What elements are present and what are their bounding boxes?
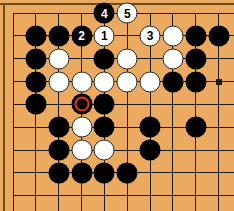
black-stone bbox=[71, 94, 92, 115]
point-c7-r0[interactable] bbox=[162, 2, 185, 25]
point-c3-r5[interactable] bbox=[70, 116, 93, 139]
white-stone bbox=[117, 71, 138, 92]
point-c7-r8[interactable] bbox=[162, 184, 185, 207]
black-stone: 2 bbox=[71, 25, 92, 46]
point-c8-r7[interactable] bbox=[184, 162, 207, 185]
point-c1-r7[interactable] bbox=[24, 162, 47, 185]
point-c0-r2[interactable] bbox=[2, 47, 25, 70]
white-stone bbox=[71, 140, 92, 161]
black-stone bbox=[94, 162, 115, 183]
white-stone bbox=[94, 71, 115, 92]
point-c5-r8[interactable] bbox=[116, 184, 139, 207]
point-c5-r7[interactable] bbox=[116, 162, 139, 185]
white-stone: 3 bbox=[140, 25, 161, 46]
black-stone bbox=[208, 25, 229, 46]
point-c0-r4[interactable] bbox=[2, 93, 25, 116]
point-c1-r4[interactable] bbox=[24, 93, 47, 116]
point-c3-r7[interactable] bbox=[70, 162, 93, 185]
point-c7-r1[interactable] bbox=[162, 24, 185, 47]
white-stone: 1 bbox=[94, 25, 115, 46]
white-stone: 5 bbox=[117, 3, 138, 24]
black-stone bbox=[185, 25, 206, 46]
point-c2-r0[interactable] bbox=[47, 2, 70, 25]
black-stone bbox=[48, 25, 69, 46]
point-c5-r2[interactable] bbox=[116, 47, 139, 70]
black-stone bbox=[117, 162, 138, 183]
point-c1-r5[interactable] bbox=[24, 116, 47, 139]
point-c3-r1[interactable]: 2 bbox=[70, 24, 93, 47]
white-stone bbox=[48, 71, 69, 92]
black-stone bbox=[25, 71, 46, 92]
black-stone bbox=[25, 25, 46, 46]
point-c5-r3[interactable] bbox=[116, 70, 139, 93]
white-stone bbox=[140, 71, 161, 92]
point-c8-r6[interactable] bbox=[184, 139, 207, 162]
point-c9-r7[interactable] bbox=[207, 162, 230, 185]
point-c6-r2[interactable] bbox=[139, 47, 162, 70]
point-c4-r7[interactable] bbox=[93, 162, 116, 185]
point-c7-r4[interactable] bbox=[162, 93, 185, 116]
point-c4-r0[interactable]: 4 bbox=[93, 2, 116, 25]
point-c1-r6[interactable] bbox=[24, 139, 47, 162]
black-stone bbox=[25, 48, 46, 69]
point-c3-r3[interactable] bbox=[70, 70, 93, 93]
point-c9-r2[interactable] bbox=[207, 47, 230, 70]
point-c1-r3[interactable] bbox=[24, 70, 47, 93]
point-c6-r5[interactable] bbox=[139, 116, 162, 139]
point-c0-r3[interactable] bbox=[2, 70, 25, 93]
point-c6-r1[interactable]: 3 bbox=[139, 24, 162, 47]
move-number-label: 3 bbox=[147, 30, 154, 42]
point-c4-r8[interactable] bbox=[93, 184, 116, 207]
point-c0-r0[interactable] bbox=[2, 2, 25, 25]
point-c7-r5[interactable] bbox=[162, 116, 185, 139]
point-c8-r0[interactable] bbox=[184, 2, 207, 25]
point-c4-r3[interactable] bbox=[93, 70, 116, 93]
black-stone bbox=[185, 48, 206, 69]
point-c6-r7[interactable] bbox=[139, 162, 162, 185]
point-c2-r7[interactable] bbox=[47, 162, 70, 185]
black-stone bbox=[71, 162, 92, 183]
point-c1-r1[interactable] bbox=[24, 24, 47, 47]
white-stone bbox=[71, 117, 92, 138]
black-stone bbox=[185, 117, 206, 138]
point-c0-r7[interactable] bbox=[2, 162, 25, 185]
point-c2-r5[interactable] bbox=[47, 116, 70, 139]
point-c7-r2[interactable] bbox=[162, 47, 185, 70]
point-c7-r6[interactable] bbox=[162, 139, 185, 162]
point-c6-r6[interactable] bbox=[139, 139, 162, 162]
point-c7-r3[interactable] bbox=[162, 70, 185, 93]
black-stone bbox=[48, 140, 69, 161]
point-c5-r6[interactable] bbox=[116, 139, 139, 162]
move-number-label: 1 bbox=[101, 30, 108, 42]
point-c9-r4[interactable] bbox=[207, 93, 230, 116]
black-stone bbox=[94, 94, 115, 115]
point-c9-r8[interactable] bbox=[207, 184, 230, 207]
circle-marker bbox=[74, 97, 89, 112]
point-c3-r2[interactable] bbox=[70, 47, 93, 70]
white-stone bbox=[162, 48, 183, 69]
point-c8-r4[interactable] bbox=[184, 93, 207, 116]
point-c4-r1[interactable]: 1 bbox=[93, 24, 116, 47]
black-stone bbox=[94, 117, 115, 138]
point-c6-r4[interactable] bbox=[139, 93, 162, 116]
white-stone bbox=[94, 140, 115, 161]
black-stone: 4 bbox=[94, 3, 115, 24]
white-stone bbox=[48, 48, 69, 69]
black-stone bbox=[140, 117, 161, 138]
point-c0-r6[interactable] bbox=[2, 139, 25, 162]
white-stone bbox=[71, 71, 92, 92]
move-number-label: 2 bbox=[78, 30, 85, 42]
move-number-label: 4 bbox=[101, 7, 108, 19]
point-c9-r5[interactable] bbox=[207, 116, 230, 139]
point-c2-r8[interactable] bbox=[47, 184, 70, 207]
point-c8-r1[interactable] bbox=[184, 24, 207, 47]
point-c2-r2[interactable] bbox=[47, 47, 70, 70]
point-c7-r7[interactable] bbox=[162, 162, 185, 185]
point-c2-r3[interactable] bbox=[47, 70, 70, 93]
point-c4-r5[interactable] bbox=[93, 116, 116, 139]
point-c8-r8[interactable] bbox=[184, 184, 207, 207]
point-c0-r8[interactable] bbox=[2, 184, 25, 207]
point-c6-r0[interactable] bbox=[139, 2, 162, 25]
go-diagram: 45213 bbox=[0, 0, 234, 211]
point-c2-r4[interactable] bbox=[47, 93, 70, 116]
go-board-grid: 45213 bbox=[2, 2, 230, 208]
point-c3-r0[interactable] bbox=[70, 2, 93, 25]
point-c3-r4[interactable] bbox=[70, 93, 93, 116]
point-c5-r1[interactable] bbox=[116, 24, 139, 47]
point-c8-r3[interactable] bbox=[184, 70, 207, 93]
point-c4-r6[interactable] bbox=[93, 139, 116, 162]
point-c5-r5[interactable] bbox=[116, 116, 139, 139]
square-hoshi-marker bbox=[216, 79, 222, 85]
point-c0-r1[interactable] bbox=[2, 24, 25, 47]
point-c4-r2[interactable] bbox=[93, 47, 116, 70]
black-stone bbox=[94, 48, 115, 69]
point-c3-r8[interactable] bbox=[70, 184, 93, 207]
black-stone bbox=[185, 71, 206, 92]
point-c8-r5[interactable] bbox=[184, 116, 207, 139]
black-stone bbox=[48, 162, 69, 183]
point-c2-r1[interactable] bbox=[47, 24, 70, 47]
point-c5-r4[interactable] bbox=[116, 93, 139, 116]
point-c1-r2[interactable] bbox=[24, 47, 47, 70]
point-c1-r8[interactable] bbox=[24, 184, 47, 207]
point-c8-r2[interactable] bbox=[184, 47, 207, 70]
point-c9-r3[interactable] bbox=[207, 70, 230, 93]
point-c0-r5[interactable] bbox=[2, 116, 25, 139]
black-stone bbox=[140, 140, 161, 161]
white-stone bbox=[117, 48, 138, 69]
move-number-label: 5 bbox=[124, 7, 131, 19]
point-c9-r0[interactable] bbox=[207, 2, 230, 25]
point-c9-r1[interactable] bbox=[207, 24, 230, 47]
point-c3-r6[interactable] bbox=[70, 139, 93, 162]
point-c6-r3[interactable] bbox=[139, 70, 162, 93]
white-stone bbox=[162, 25, 183, 46]
black-stone bbox=[162, 71, 183, 92]
point-c4-r4[interactable] bbox=[93, 93, 116, 116]
point-c1-r0[interactable] bbox=[24, 2, 47, 25]
black-stone bbox=[48, 117, 69, 138]
point-c9-r6[interactable] bbox=[207, 139, 230, 162]
point-c2-r6[interactable] bbox=[47, 139, 70, 162]
point-c5-r0[interactable]: 5 bbox=[116, 2, 139, 25]
black-stone bbox=[25, 94, 46, 115]
point-c6-r8[interactable] bbox=[139, 184, 162, 207]
